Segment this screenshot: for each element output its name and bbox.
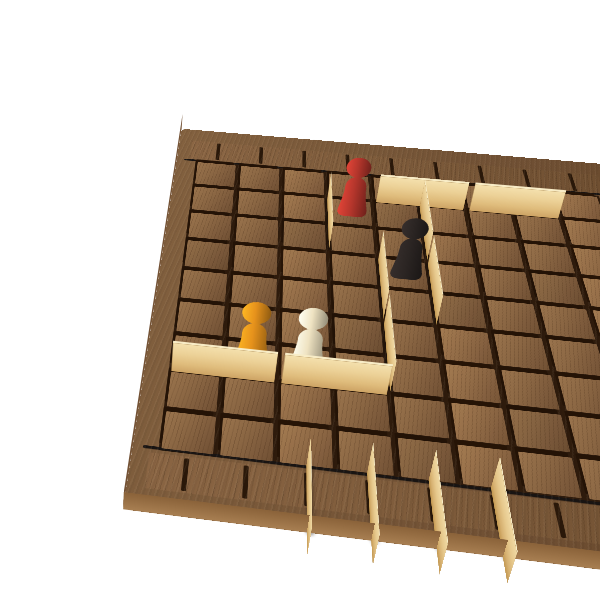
board-cell-a6[interactable] xyxy=(185,240,230,270)
board-cell-a8[interactable] xyxy=(192,186,234,212)
board-cell-h9[interactable] xyxy=(510,189,558,216)
board-cell-h2[interactable] xyxy=(568,416,600,460)
board-cell-a1[interactable] xyxy=(161,411,216,454)
board-cell-e9[interactable] xyxy=(373,177,416,203)
board-cell-f9[interactable] xyxy=(418,181,462,207)
board-cell-e3[interactable] xyxy=(390,358,443,397)
board-cell-e1[interactable] xyxy=(398,438,456,484)
board-cell-h8[interactable] xyxy=(516,215,566,243)
board-cell-f7[interactable] xyxy=(426,234,474,264)
board-cell-a4[interactable] xyxy=(176,301,224,336)
board-cell-i7[interactable] xyxy=(573,248,600,279)
board-cell-i6[interactable] xyxy=(583,278,600,311)
board-cell-b9[interactable] xyxy=(240,166,280,191)
board-cell-i5[interactable] xyxy=(593,310,600,345)
board-cell-d7[interactable] xyxy=(331,225,375,254)
board-cell-g3[interactable] xyxy=(501,370,559,410)
board-cell-a2[interactable] xyxy=(167,372,219,412)
board-cell-d5[interactable] xyxy=(333,284,380,317)
board-cell-h6[interactable] xyxy=(531,273,585,305)
board-cell-h4[interactable] xyxy=(548,339,600,376)
board-cell-f3[interactable] xyxy=(445,364,501,403)
board-cell-d1[interactable] xyxy=(339,431,394,476)
quoridor-photo-stage xyxy=(0,0,600,600)
board-cell-d6[interactable] xyxy=(332,254,377,285)
perspective-camera xyxy=(222,120,594,492)
board-cell-a9[interactable] xyxy=(195,162,236,187)
board-cell-g5[interactable] xyxy=(487,300,541,334)
board-cell-g7[interactable] xyxy=(475,239,524,269)
board-cell-b8[interactable] xyxy=(238,190,279,217)
board-cell-c9[interactable] xyxy=(284,170,324,195)
board-cell-g2[interactable] xyxy=(509,409,570,452)
scene-scaler xyxy=(222,120,594,492)
board-cell-d8[interactable] xyxy=(330,199,372,226)
board-cell-d2[interactable] xyxy=(337,390,390,432)
board-cell-h3[interactable] xyxy=(558,376,600,416)
quoridor-board xyxy=(123,129,600,591)
board-cell-f2[interactable] xyxy=(451,403,509,446)
board-cell-i9[interactable] xyxy=(556,193,600,220)
board-cell-g1[interactable] xyxy=(518,452,582,499)
board-cell-b6[interactable] xyxy=(234,245,278,275)
board-cell-d4[interactable] xyxy=(334,317,383,353)
board-cell-f1[interactable] xyxy=(457,445,518,491)
board-cell-g8[interactable] xyxy=(469,211,517,239)
board-cell-b7[interactable] xyxy=(236,217,279,245)
board-cell-c8[interactable] xyxy=(284,195,325,222)
board-cell-e7[interactable] xyxy=(378,230,424,259)
board-cell-c6[interactable] xyxy=(283,249,327,280)
board-cell-f5[interactable] xyxy=(435,295,486,329)
board-cell-f4[interactable] xyxy=(440,328,493,365)
board-cell-g9[interactable] xyxy=(464,185,510,211)
board-cell-h5[interactable] xyxy=(540,305,596,340)
board-cell-e2[interactable] xyxy=(394,396,450,438)
board-cell-c7[interactable] xyxy=(283,221,325,250)
board-cell-c2[interactable] xyxy=(281,384,332,425)
board-cell-g4[interactable] xyxy=(494,334,550,371)
board-cell-a5[interactable] xyxy=(181,270,228,302)
board-cell-b2[interactable] xyxy=(223,378,274,419)
board-cell-g6[interactable] xyxy=(481,268,532,300)
board-cell-d9[interactable] xyxy=(329,173,370,199)
board-cell-h7[interactable] xyxy=(524,243,575,273)
board-cell-a7[interactable] xyxy=(188,212,231,240)
board-cell-i8[interactable] xyxy=(564,220,600,249)
